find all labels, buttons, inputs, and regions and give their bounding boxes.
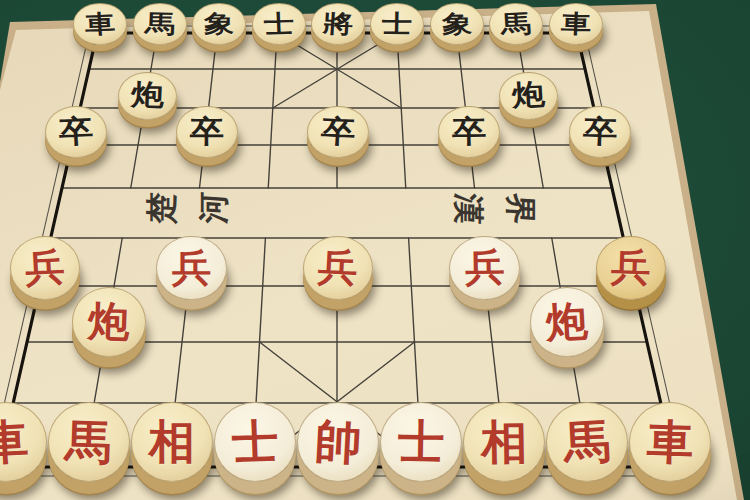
piece-red-chariot[interactable]: 車 [0, 402, 47, 482]
piece-character: 馬 [64, 410, 113, 475]
piece-black-soldier[interactable]: 卒 [569, 106, 630, 158]
piece-black-horse[interactable]: 馬 [133, 3, 187, 45]
piece-red-horse[interactable]: 馬 [48, 402, 130, 482]
piece-character: 兵 [464, 242, 505, 295]
piece-character: 卒 [451, 111, 486, 153]
piece-red-soldier[interactable]: 兵 [596, 236, 666, 300]
piece-character: 兵 [172, 242, 212, 294]
pieces-layer: 車馬象士將士象馬車炮炮卒卒卒卒卒兵兵兵兵兵炮炮車馬相士帥士相馬車 [0, 0, 750, 500]
piece-red-soldier[interactable]: 兵 [10, 236, 80, 300]
piece-character: 卒 [190, 111, 224, 152]
piece-black-soldier[interactable]: 卒 [176, 106, 237, 158]
piece-character: 馬 [500, 7, 532, 42]
piece-black-soldier[interactable]: 卒 [307, 106, 368, 158]
piece-black-advisor[interactable]: 士 [252, 3, 306, 45]
piece-red-soldier[interactable]: 兵 [156, 236, 226, 300]
piece-black-soldier[interactable]: 卒 [438, 106, 499, 158]
piece-black-elephant[interactable]: 象 [192, 3, 246, 45]
piece-black-cannon[interactable]: 炮 [118, 72, 177, 121]
piece-red-soldier[interactable]: 兵 [449, 236, 519, 300]
piece-red-cannon[interactable]: 炮 [530, 287, 604, 356]
piece-black-cannon[interactable]: 炮 [499, 72, 558, 121]
piece-black-chariot[interactable]: 車 [549, 3, 603, 45]
piece-black-advisor[interactable]: 士 [370, 3, 424, 45]
piece-character: 士 [231, 410, 280, 475]
piece-character: 兵 [24, 241, 66, 295]
piece-black-chariot[interactable]: 車 [73, 3, 127, 45]
piece-red-elephant[interactable]: 相 [131, 402, 213, 482]
piece-black-horse[interactable]: 馬 [489, 3, 543, 45]
piece-character: 象 [441, 7, 472, 41]
piece-character: 相 [480, 410, 527, 474]
piece-character: 車 [560, 7, 592, 41]
piece-red-cannon[interactable]: 炮 [72, 287, 146, 356]
piece-character: 炮 [545, 293, 590, 350]
piece-character: 卒 [58, 111, 95, 154]
xiangqi-scene: 楚河 漢界 車馬象士將士象馬車炮炮卒卒卒卒卒兵兵兵兵兵炮炮車馬相士帥士相馬車 [0, 0, 750, 500]
piece-red-advisor[interactable]: 士 [380, 402, 462, 482]
piece-character: 車 [84, 7, 116, 42]
piece-character: 士 [397, 410, 444, 474]
piece-character: 象 [204, 7, 234, 40]
piece-red-general[interactable]: 帥 [297, 402, 379, 482]
piece-red-advisor[interactable]: 士 [214, 402, 296, 482]
piece-character: 帥 [313, 409, 363, 474]
piece-character: 卒 [582, 111, 618, 153]
piece-character: 兵 [317, 241, 359, 295]
piece-character: 士 [382, 7, 413, 41]
piece-character: 馬 [144, 7, 176, 41]
piece-red-horse[interactable]: 馬 [546, 402, 628, 482]
piece-character: 車 [646, 410, 695, 475]
piece-character: 相 [149, 411, 195, 474]
piece-character: 車 [0, 409, 30, 474]
piece-character: 炮 [87, 294, 131, 351]
piece-character: 將 [322, 7, 354, 42]
piece-character: 士 [263, 7, 295, 41]
piece-character: 炮 [511, 76, 546, 117]
piece-character: 炮 [130, 76, 164, 116]
piece-black-soldier[interactable]: 卒 [45, 106, 106, 158]
piece-character: 兵 [610, 241, 651, 294]
piece-character: 馬 [562, 409, 612, 474]
piece-red-chariot[interactable]: 車 [629, 402, 711, 482]
piece-red-elephant[interactable]: 相 [463, 402, 545, 482]
piece-black-elephant[interactable]: 象 [430, 3, 484, 45]
piece-red-soldier[interactable]: 兵 [303, 236, 373, 300]
piece-black-general[interactable]: 將 [311, 3, 365, 45]
piece-character: 卒 [320, 111, 357, 154]
